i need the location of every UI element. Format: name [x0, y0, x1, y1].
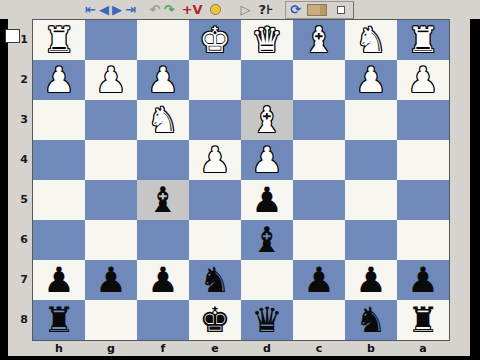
- chess-board: ♜♚♛♝♞♜♟♟♟♟♟♞♝♟♟♝♟♝♟♟♟♞♟♟♟♜♚♛♞♜: [32, 19, 450, 341]
- square-g3[interactable]: [85, 100, 137, 140]
- go-end-button[interactable]: ⇥: [125, 1, 136, 18]
- play-button[interactable]: ▷: [241, 1, 251, 18]
- square-c4[interactable]: [293, 140, 345, 180]
- black-pawn-g7: ♟: [85, 260, 137, 300]
- white-knight-f3: ♞: [137, 100, 189, 140]
- black-knight-e7: ♞: [189, 260, 241, 300]
- square-g2[interactable]: ♟: [85, 60, 137, 100]
- rank-label-2: 2: [8, 60, 32, 100]
- file-label-e: e: [189, 341, 241, 356]
- square-b4[interactable]: [345, 140, 397, 180]
- file-label-d: d: [241, 341, 293, 356]
- square-e7[interactable]: ♞: [189, 260, 241, 300]
- board-info-button[interactable]: [307, 4, 327, 16]
- square-e5[interactable]: [189, 180, 241, 220]
- black-queen-d8: ♛: [241, 300, 293, 340]
- toolbar-boxed-group: ⟳: [285, 1, 354, 19]
- toolbar: ⇤◀▶⇥↶↷+V▷?⊦⟳: [0, 0, 480, 19]
- flip-board-button[interactable]: ⟳: [290, 1, 301, 18]
- file-label-f: f: [137, 341, 189, 356]
- square-d5[interactable]: ♟: [241, 180, 293, 220]
- black-king-e8: ♚: [189, 300, 241, 340]
- square-f7[interactable]: ♟: [137, 260, 189, 300]
- square-b2[interactable]: ♟: [345, 60, 397, 100]
- square-a7[interactable]: ♟: [397, 260, 449, 300]
- square-f5[interactable]: ♝: [137, 180, 189, 220]
- square-h4[interactable]: [33, 140, 85, 180]
- square-a8[interactable]: ♜: [397, 300, 449, 340]
- square-e6[interactable]: [189, 220, 241, 260]
- square-g7[interactable]: ♟: [85, 260, 137, 300]
- square-a6[interactable]: [397, 220, 449, 260]
- square-c1[interactable]: ♝: [293, 20, 345, 60]
- square-h2[interactable]: ♟: [33, 60, 85, 100]
- square-d4[interactable]: ♟: [241, 140, 293, 180]
- square-f8[interactable]: [137, 300, 189, 340]
- square-b6[interactable]: [345, 220, 397, 260]
- square-c7[interactable]: ♟: [293, 260, 345, 300]
- square-a1[interactable]: ♜: [397, 20, 449, 60]
- square-g1[interactable]: [85, 20, 137, 60]
- square-g6[interactable]: [85, 220, 137, 260]
- left-letterbox-bar: [0, 19, 8, 360]
- square-h3[interactable]: [33, 100, 85, 140]
- go-start-button[interactable]: ⇤: [85, 1, 96, 18]
- white-pawn-g2: ♟: [85, 60, 137, 100]
- white-bishop-c1: ♝: [293, 20, 345, 60]
- square-f4[interactable]: [137, 140, 189, 180]
- square-f2[interactable]: ♟: [137, 60, 189, 100]
- white-pawn-h2: ♟: [33, 60, 85, 100]
- rank-label-3: 3: [8, 100, 32, 140]
- white-pawn-a2: ♟: [397, 60, 449, 100]
- white-pawn-d4: ♟: [241, 140, 293, 180]
- white-bishop-d3: ♝: [241, 100, 293, 140]
- square-c5[interactable]: [293, 180, 345, 220]
- square-g5[interactable]: [85, 180, 137, 220]
- square-a3[interactable]: [397, 100, 449, 140]
- black-pawn-h7: ♟: [33, 260, 85, 300]
- square-f6[interactable]: [137, 220, 189, 260]
- file-label-h: h: [33, 341, 85, 356]
- square-b5[interactable]: [345, 180, 397, 220]
- square-a4[interactable]: [397, 140, 449, 180]
- rank-label-7: 7: [8, 260, 32, 300]
- file-label-c: c: [293, 341, 345, 356]
- square-h6[interactable]: [33, 220, 85, 260]
- white-rook-a1: ♜: [397, 20, 449, 60]
- black-pawn-a7: ♟: [397, 260, 449, 300]
- right-letterbox-bar: [470, 19, 480, 360]
- annotate-button[interactable]: ?⊦: [259, 1, 274, 18]
- square-c6[interactable]: [293, 220, 345, 260]
- rank-label-4: 4: [8, 140, 32, 180]
- white-rook-h1: ♜: [33, 20, 85, 60]
- black-pawn-d5: ♟: [241, 180, 293, 220]
- square-e3[interactable]: [189, 100, 241, 140]
- square-e4[interactable]: ♟: [189, 140, 241, 180]
- square-g4[interactable]: [85, 140, 137, 180]
- square-h1[interactable]: ♜: [33, 20, 85, 60]
- file-label-g: g: [85, 341, 137, 356]
- white-pawn-b2: ♟: [345, 60, 397, 100]
- white-pawn-f2: ♟: [137, 60, 189, 100]
- file-label-a: a: [397, 341, 449, 356]
- white-king-e1: ♚: [189, 20, 241, 60]
- rank-label-8: 8: [8, 300, 32, 340]
- square-d8[interactable]: ♛: [241, 300, 293, 340]
- add-variation-button[interactable]: +V: [182, 1, 203, 18]
- square-e8[interactable]: ♚: [189, 300, 241, 340]
- step-back-button[interactable]: ◀: [99, 1, 109, 18]
- square-b7[interactable]: ♟: [345, 260, 397, 300]
- black-pawn-c7: ♟: [293, 260, 345, 300]
- square-d3[interactable]: ♝: [241, 100, 293, 140]
- square-f1[interactable]: [137, 20, 189, 60]
- rank-label-1: 1: [8, 20, 32, 60]
- square-h7[interactable]: ♟: [33, 260, 85, 300]
- rank-labels: 12345678: [8, 20, 32, 340]
- square-c2[interactable]: [293, 60, 345, 100]
- rank-label-6: 6: [8, 220, 32, 260]
- square-g8[interactable]: [85, 300, 137, 340]
- white-queen-d1: ♛: [241, 20, 293, 60]
- square-d7[interactable]: [241, 260, 293, 300]
- black-bishop-f5: ♝: [137, 180, 189, 220]
- black-pawn-b7: ♟: [345, 260, 397, 300]
- black-knight-b8: ♞: [345, 300, 397, 340]
- square-a2[interactable]: ♟: [397, 60, 449, 100]
- square-b3[interactable]: [345, 100, 397, 140]
- bottom-letterbox-bar: [0, 356, 480, 360]
- square-b8[interactable]: ♞: [345, 300, 397, 340]
- square-e1[interactable]: ♚: [189, 20, 241, 60]
- app-window: ⇤◀▶⇥↶↷+V▷?⊦⟳ 12345678 ♜♚♛♝♞♜♟♟♟♟♟♞♝♟♟♝♟♝…: [0, 0, 480, 360]
- file-label-b: b: [345, 341, 397, 356]
- square-e2[interactable]: [189, 60, 241, 100]
- black-bishop-d6: ♝: [241, 220, 293, 260]
- white-knight-b1: ♞: [345, 20, 397, 60]
- square-c3[interactable]: [293, 100, 345, 140]
- black-pawn-f7: ♟: [137, 260, 189, 300]
- square-d6[interactable]: ♝: [241, 220, 293, 260]
- redo-icon[interactable]: ↷: [164, 1, 175, 18]
- black-rook-a8: ♜: [397, 300, 449, 340]
- step-forward-button[interactable]: ▶: [112, 1, 122, 18]
- square-b1[interactable]: ♞: [345, 20, 397, 60]
- rank-label-5: 5: [8, 180, 32, 220]
- square-h8[interactable]: ♜: [33, 300, 85, 340]
- square-c8[interactable]: [293, 300, 345, 340]
- black-rook-h8: ♜: [33, 300, 85, 340]
- square-h5[interactable]: [33, 180, 85, 220]
- hint-bulb-button[interactable]: [210, 4, 221, 15]
- square-d1[interactable]: ♛: [241, 20, 293, 60]
- square-a5[interactable]: [397, 180, 449, 220]
- square-f3[interactable]: ♞: [137, 100, 189, 140]
- file-labels: hgfedcba: [33, 341, 449, 356]
- window-button[interactable]: [337, 6, 345, 14]
- undo-icon[interactable]: ↶: [150, 1, 161, 18]
- square-d2[interactable]: [241, 60, 293, 100]
- white-pawn-e4: ♟: [189, 140, 241, 180]
